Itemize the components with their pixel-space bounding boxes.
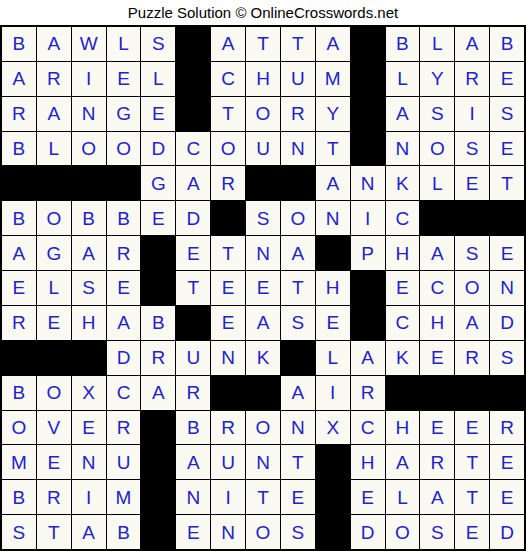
block-cell-r11c7: [211, 376, 245, 410]
block-cell-r4c11: [351, 132, 385, 166]
block-cell-r11c14: [455, 376, 489, 410]
letter-cell-r6c8: S: [246, 201, 280, 235]
letter-cell-r4c3: O: [72, 132, 106, 166]
letter-cell-r9c3: H: [72, 306, 106, 340]
letter-cell-r2c7: C: [211, 62, 245, 96]
letter-cell-r11c4: C: [107, 376, 141, 410]
letter-cell-r4c10: T: [316, 132, 350, 166]
letter-cell-r8c14: O: [455, 271, 489, 305]
letter-cell-r4c7: O: [211, 132, 245, 166]
letter-cell-r1c13: L: [420, 27, 454, 61]
letter-cell-r10c8: K: [246, 341, 280, 375]
puzzle-solution-page: Puzzle Solution © OnlineCrosswords.net B…: [0, 0, 526, 551]
letter-cell-r7c7: T: [211, 236, 245, 270]
letter-cell-r13c3: N: [72, 445, 106, 479]
letter-cell-r6c9: O: [281, 201, 315, 235]
letter-cell-r14c7: I: [211, 480, 245, 514]
letter-cell-r7c3: A: [72, 236, 106, 270]
block-cell-r10c2: [37, 341, 71, 375]
letter-cell-r3c4: G: [107, 97, 141, 131]
letter-cell-r12c3: E: [72, 411, 106, 445]
letter-cell-r15c12: O: [386, 515, 420, 549]
letter-cell-r6c12: C: [386, 201, 420, 235]
letter-cell-r5c15: T: [490, 166, 524, 200]
letter-cell-r2c9: U: [281, 62, 315, 96]
letter-cell-r14c15: E: [490, 480, 524, 514]
letter-cell-r3c13: S: [420, 97, 454, 131]
block-cell-r9c11: [351, 306, 385, 340]
letter-cell-r5c11: N: [351, 166, 385, 200]
letter-cell-r15c4: B: [107, 515, 141, 549]
letter-cell-r14c6: N: [176, 480, 210, 514]
letter-cell-r13c7: U: [211, 445, 245, 479]
letter-cell-r4c14: S: [455, 132, 489, 166]
letter-cell-r7c2: G: [37, 236, 71, 270]
letter-cell-r12c9: N: [281, 411, 315, 445]
letter-cell-r15c11: D: [351, 515, 385, 549]
letter-cell-r10c6: U: [176, 341, 210, 375]
letter-cell-r3c15: S: [490, 97, 524, 131]
letter-cell-r4c6: C: [176, 132, 210, 166]
letter-cell-r9c4: A: [107, 306, 141, 340]
letter-cell-r8c1: E: [2, 271, 36, 305]
letter-cell-r13c2: E: [37, 445, 71, 479]
letter-cell-r2c3: I: [72, 62, 106, 96]
letter-cell-r13c9: T: [281, 445, 315, 479]
letter-cell-r2c5: L: [141, 62, 175, 96]
letter-cell-r1c8: T: [246, 27, 280, 61]
letter-cell-r1c15: B: [490, 27, 524, 61]
letter-cell-r12c4: R: [107, 411, 141, 445]
letter-cell-r3c14: I: [455, 97, 489, 131]
block-cell-r2c11: [351, 62, 385, 96]
letter-cell-r13c8: N: [246, 445, 280, 479]
letter-cell-r14c1: B: [2, 480, 36, 514]
letter-cell-r14c12: L: [386, 480, 420, 514]
letter-cell-r12c13: E: [420, 411, 454, 445]
letter-cell-r7c14: S: [455, 236, 489, 270]
letter-cell-r7c11: P: [351, 236, 385, 270]
letter-cell-r7c1: A: [2, 236, 36, 270]
block-cell-r5c3: [72, 166, 106, 200]
letter-cell-r4c12: N: [386, 132, 420, 166]
letter-cell-r13c1: M: [2, 445, 36, 479]
letter-cell-r11c5: A: [141, 376, 175, 410]
letter-cell-r1c4: L: [107, 27, 141, 61]
letter-cell-r8c4: E: [107, 271, 141, 305]
letter-cell-r15c9: S: [281, 515, 315, 549]
letter-cell-r3c7: T: [211, 97, 245, 131]
letter-cell-r12c1: O: [2, 411, 36, 445]
letter-cell-r10c13: E: [420, 341, 454, 375]
letter-cell-r12c2: V: [37, 411, 71, 445]
letter-cell-r9c8: A: [246, 306, 280, 340]
block-cell-r6c13: [420, 201, 454, 235]
letter-cell-r4c8: U: [246, 132, 280, 166]
block-cell-r14c10: [316, 480, 350, 514]
letter-cell-r2c2: R: [37, 62, 71, 96]
letter-cell-r2c1: A: [2, 62, 36, 96]
letter-cell-r10c11: A: [351, 341, 385, 375]
letter-cell-r6c3: B: [72, 201, 106, 235]
letter-cell-r1c14: A: [455, 27, 489, 61]
letter-cell-r13c4: U: [107, 445, 141, 479]
letter-cell-r5c13: L: [420, 166, 454, 200]
block-cell-r5c4: [107, 166, 141, 200]
letter-cell-r10c15: S: [490, 341, 524, 375]
letter-cell-r5c5: G: [141, 166, 175, 200]
letter-cell-r8c7: E: [211, 271, 245, 305]
letter-cell-r15c8: O: [246, 515, 280, 549]
letter-cell-r9c10: E: [316, 306, 350, 340]
letter-cell-r8c15: N: [490, 271, 524, 305]
letter-cell-r11c3: X: [72, 376, 106, 410]
letter-cell-r8c9: T: [281, 271, 315, 305]
letter-cell-r8c13: C: [420, 271, 454, 305]
block-cell-r11c13: [420, 376, 454, 410]
letter-cell-r11c6: R: [176, 376, 210, 410]
block-cell-r6c7: [211, 201, 245, 235]
block-cell-r11c15: [490, 376, 524, 410]
letter-cell-r8c10: H: [316, 271, 350, 305]
letter-cell-r9c15: D: [490, 306, 524, 340]
letter-cell-r4c2: L: [37, 132, 71, 166]
block-cell-r15c10: [316, 515, 350, 549]
letter-cell-r9c9: S: [281, 306, 315, 340]
letter-cell-r1c9: T: [281, 27, 315, 61]
letter-cell-r12c11: C: [351, 411, 385, 445]
letter-cell-r8c6: T: [176, 271, 210, 305]
letter-cell-r3c9: R: [281, 97, 315, 131]
letter-cell-r6c4: B: [107, 201, 141, 235]
letter-cell-r14c8: T: [246, 480, 280, 514]
letter-cell-r10c5: R: [141, 341, 175, 375]
letter-cell-r9c12: C: [386, 306, 420, 340]
letter-cell-r3c3: N: [72, 97, 106, 131]
letter-cell-r13c6: A: [176, 445, 210, 479]
letter-cell-r14c3: I: [72, 480, 106, 514]
letter-cell-r1c1: B: [2, 27, 36, 61]
letter-cell-r12c14: E: [455, 411, 489, 445]
block-cell-r7c10: [316, 236, 350, 270]
block-cell-r10c3: [72, 341, 106, 375]
letter-cell-r6c11: I: [351, 201, 385, 235]
letter-cell-r14c14: T: [455, 480, 489, 514]
letter-cell-r13c14: T: [455, 445, 489, 479]
letter-cell-r4c13: O: [420, 132, 454, 166]
block-cell-r3c11: [351, 97, 385, 131]
letter-cell-r1c3: W: [72, 27, 106, 61]
page-title: Puzzle Solution © OnlineCrosswords.net: [0, 0, 526, 25]
letter-cell-r14c13: A: [420, 480, 454, 514]
letter-cell-r3c2: A: [37, 97, 71, 131]
letter-cell-r12c15: R: [490, 411, 524, 445]
letter-cell-r7c13: A: [420, 236, 454, 270]
letter-cell-r10c12: K: [386, 341, 420, 375]
letter-cell-r2c13: Y: [420, 62, 454, 96]
letter-cell-r2c15: E: [490, 62, 524, 96]
letter-cell-r10c10: L: [316, 341, 350, 375]
letter-cell-r3c5: E: [141, 97, 175, 131]
letter-cell-r2c4: E: [107, 62, 141, 96]
letter-cell-r9c2: E: [37, 306, 71, 340]
letter-cell-r11c11: R: [351, 376, 385, 410]
block-cell-r15c5: [141, 515, 175, 549]
letter-cell-r4c4: O: [107, 132, 141, 166]
letter-cell-r7c4: R: [107, 236, 141, 270]
letter-cell-r6c1: B: [2, 201, 36, 235]
letter-cell-r6c5: E: [141, 201, 175, 235]
letter-cell-r4c9: N: [281, 132, 315, 166]
letter-cell-r13c12: A: [386, 445, 420, 479]
letter-cell-r5c7: R: [211, 166, 245, 200]
block-cell-r2c6: [176, 62, 210, 96]
letter-cell-r13c11: H: [351, 445, 385, 479]
block-cell-r10c1: [2, 341, 36, 375]
crossword-grid: BAWLSATTABLABARIELCHUMLYRERANGETORYASISB…: [0, 25, 526, 551]
letter-cell-r4c5: D: [141, 132, 175, 166]
letter-cell-r12c6: B: [176, 411, 210, 445]
block-cell-r12c5: [141, 411, 175, 445]
block-cell-r14c5: [141, 480, 175, 514]
block-cell-r6c15: [490, 201, 524, 235]
letter-cell-r12c7: R: [211, 411, 245, 445]
block-cell-r11c8: [246, 376, 280, 410]
letter-cell-r3c10: Y: [316, 97, 350, 131]
letter-cell-r10c7: N: [211, 341, 245, 375]
block-cell-r7c5: [141, 236, 175, 270]
letter-cell-r12c12: H: [386, 411, 420, 445]
block-cell-r1c11: [351, 27, 385, 61]
letter-cell-r2c12: L: [386, 62, 420, 96]
block-cell-r8c5: [141, 271, 175, 305]
letter-cell-r10c14: R: [455, 341, 489, 375]
letter-cell-r5c10: A: [316, 166, 350, 200]
block-cell-r3c6: [176, 97, 210, 131]
letter-cell-r12c10: X: [316, 411, 350, 445]
letter-cell-r15c1: S: [2, 515, 36, 549]
letter-cell-r14c4: M: [107, 480, 141, 514]
letter-cell-r15c7: N: [211, 515, 245, 549]
letter-cell-r9c7: E: [211, 306, 245, 340]
letter-cell-r1c2: A: [37, 27, 71, 61]
letter-cell-r5c12: K: [386, 166, 420, 200]
letter-cell-r9c5: B: [141, 306, 175, 340]
letter-cell-r3c1: R: [2, 97, 36, 131]
letter-cell-r14c9: E: [281, 480, 315, 514]
block-cell-r6c14: [455, 201, 489, 235]
letter-cell-r5c6: A: [176, 166, 210, 200]
block-cell-r11c12: [386, 376, 420, 410]
letter-cell-r1c12: B: [386, 27, 420, 61]
letter-cell-r1c10: A: [316, 27, 350, 61]
letter-cell-r14c2: R: [37, 480, 71, 514]
block-cell-r1c6: [176, 27, 210, 61]
letter-cell-r14c11: E: [351, 480, 385, 514]
block-cell-r5c2: [37, 166, 71, 200]
letter-cell-r9c1: R: [2, 306, 36, 340]
letter-cell-r3c12: A: [386, 97, 420, 131]
letter-cell-r2c8: H: [246, 62, 280, 96]
letter-cell-r8c3: S: [72, 271, 106, 305]
letter-cell-r11c2: O: [37, 376, 71, 410]
letter-cell-r15c2: T: [37, 515, 71, 549]
letter-cell-r7c9: A: [281, 236, 315, 270]
block-cell-r5c8: [246, 166, 280, 200]
letter-cell-r12c8: O: [246, 411, 280, 445]
block-cell-r9c6: [176, 306, 210, 340]
letter-cell-r13c15: E: [490, 445, 524, 479]
letter-cell-r11c1: B: [2, 376, 36, 410]
letter-cell-r4c1: B: [2, 132, 36, 166]
letter-cell-r10c4: D: [107, 341, 141, 375]
letter-cell-r4c15: E: [490, 132, 524, 166]
letter-cell-r9c14: A: [455, 306, 489, 340]
letter-cell-r6c10: N: [316, 201, 350, 235]
letter-cell-r15c6: E: [176, 515, 210, 549]
letter-cell-r9c13: H: [420, 306, 454, 340]
letter-cell-r15c14: E: [455, 515, 489, 549]
letter-cell-r8c12: E: [386, 271, 420, 305]
letter-cell-r7c8: N: [246, 236, 280, 270]
block-cell-r8c11: [351, 271, 385, 305]
letter-cell-r1c5: S: [141, 27, 175, 61]
block-cell-r5c1: [2, 166, 36, 200]
letter-cell-r7c6: E: [176, 236, 210, 270]
letter-cell-r15c3: A: [72, 515, 106, 549]
letter-cell-r6c2: O: [37, 201, 71, 235]
letter-cell-r11c10: I: [316, 376, 350, 410]
letter-cell-r13c13: R: [420, 445, 454, 479]
block-cell-r10c9: [281, 341, 315, 375]
letter-cell-r7c12: H: [386, 236, 420, 270]
letter-cell-r6c6: D: [176, 201, 210, 235]
letter-cell-r5c14: E: [455, 166, 489, 200]
block-cell-r5c9: [281, 166, 315, 200]
letter-cell-r2c14: R: [455, 62, 489, 96]
block-cell-r13c10: [316, 445, 350, 479]
letter-cell-r8c8: E: [246, 271, 280, 305]
letter-cell-r7c15: E: [490, 236, 524, 270]
letter-cell-r2c10: M: [316, 62, 350, 96]
letter-cell-r1c7: A: [211, 27, 245, 61]
block-cell-r13c5: [141, 445, 175, 479]
letter-cell-r8c2: L: [37, 271, 71, 305]
letter-cell-r3c8: O: [246, 97, 280, 131]
letter-cell-r11c9: A: [281, 376, 315, 410]
letter-cell-r15c15: D: [490, 515, 524, 549]
letter-cell-r15c13: S: [420, 515, 454, 549]
